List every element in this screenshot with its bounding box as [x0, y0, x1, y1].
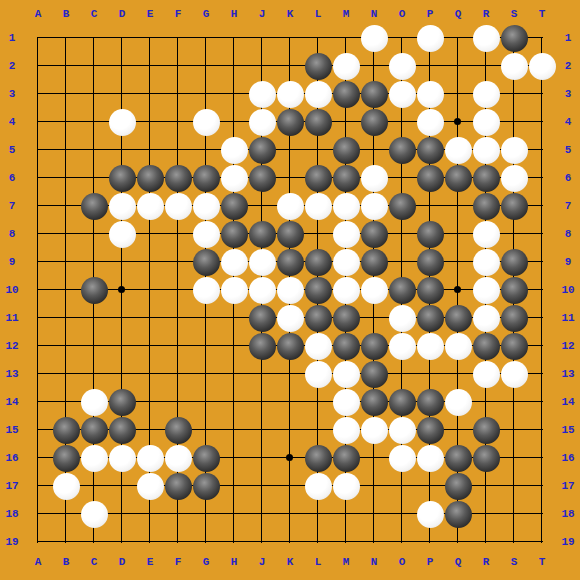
point-R10[interactable]: [472, 276, 500, 304]
point-L12[interactable]: [304, 332, 332, 360]
point-N1[interactable]: [360, 24, 388, 52]
point-Q11[interactable]: [444, 304, 472, 332]
point-C1[interactable]: [80, 24, 108, 52]
point-H14[interactable]: [220, 388, 248, 416]
point-E11[interactable]: [136, 304, 164, 332]
point-F12[interactable]: [164, 332, 192, 360]
point-L8[interactable]: [304, 220, 332, 248]
point-A19[interactable]: [24, 528, 52, 556]
point-Q15[interactable]: [444, 416, 472, 444]
point-O8[interactable]: [388, 220, 416, 248]
point-Q6[interactable]: [444, 164, 472, 192]
point-Q4[interactable]: [444, 108, 472, 136]
point-B12[interactable]: [52, 332, 80, 360]
point-B2[interactable]: [52, 52, 80, 80]
point-P3[interactable]: [416, 80, 444, 108]
point-A10[interactable]: [24, 276, 52, 304]
point-T9[interactable]: [528, 248, 556, 276]
point-M3[interactable]: [332, 80, 360, 108]
point-T15[interactable]: [528, 416, 556, 444]
point-H3[interactable]: [220, 80, 248, 108]
point-F2[interactable]: [164, 52, 192, 80]
point-F7[interactable]: [164, 192, 192, 220]
point-S13[interactable]: [500, 360, 528, 388]
point-D10[interactable]: [108, 276, 136, 304]
point-S10[interactable]: [500, 276, 528, 304]
point-T3[interactable]: [528, 80, 556, 108]
point-P16[interactable]: [416, 444, 444, 472]
point-S1[interactable]: [500, 24, 528, 52]
point-K8[interactable]: [276, 220, 304, 248]
point-R4[interactable]: [472, 108, 500, 136]
point-G5[interactable]: [192, 136, 220, 164]
point-P8[interactable]: [416, 220, 444, 248]
point-G9[interactable]: [192, 248, 220, 276]
point-B18[interactable]: [52, 500, 80, 528]
point-G17[interactable]: [192, 472, 220, 500]
point-Q2[interactable]: [444, 52, 472, 80]
point-R19[interactable]: [472, 528, 500, 556]
point-R8[interactable]: [472, 220, 500, 248]
point-P15[interactable]: [416, 416, 444, 444]
point-D2[interactable]: [108, 52, 136, 80]
point-E9[interactable]: [136, 248, 164, 276]
point-O10[interactable]: [388, 276, 416, 304]
point-T10[interactable]: [528, 276, 556, 304]
point-C3[interactable]: [80, 80, 108, 108]
point-E4[interactable]: [136, 108, 164, 136]
point-S11[interactable]: [500, 304, 528, 332]
point-B6[interactable]: [52, 164, 80, 192]
point-M7[interactable]: [332, 192, 360, 220]
point-S8[interactable]: [500, 220, 528, 248]
point-J14[interactable]: [248, 388, 276, 416]
point-C7[interactable]: [80, 192, 108, 220]
point-F4[interactable]: [164, 108, 192, 136]
point-B3[interactable]: [52, 80, 80, 108]
point-S3[interactable]: [500, 80, 528, 108]
point-F3[interactable]: [164, 80, 192, 108]
point-M15[interactable]: [332, 416, 360, 444]
point-O7[interactable]: [388, 192, 416, 220]
point-E8[interactable]: [136, 220, 164, 248]
point-M4[interactable]: [332, 108, 360, 136]
point-O16[interactable]: [388, 444, 416, 472]
point-E1[interactable]: [136, 24, 164, 52]
point-J10[interactable]: [248, 276, 276, 304]
point-E15[interactable]: [136, 416, 164, 444]
point-O17[interactable]: [388, 472, 416, 500]
point-J4[interactable]: [248, 108, 276, 136]
point-Q8[interactable]: [444, 220, 472, 248]
point-A3[interactable]: [24, 80, 52, 108]
point-D3[interactable]: [108, 80, 136, 108]
point-D14[interactable]: [108, 388, 136, 416]
point-P11[interactable]: [416, 304, 444, 332]
point-K7[interactable]: [276, 192, 304, 220]
point-S4[interactable]: [500, 108, 528, 136]
point-Q12[interactable]: [444, 332, 472, 360]
point-F13[interactable]: [164, 360, 192, 388]
point-J17[interactable]: [248, 472, 276, 500]
point-M8[interactable]: [332, 220, 360, 248]
point-M14[interactable]: [332, 388, 360, 416]
point-R15[interactable]: [472, 416, 500, 444]
point-G1[interactable]: [192, 24, 220, 52]
point-F6[interactable]: [164, 164, 192, 192]
point-G16[interactable]: [192, 444, 220, 472]
point-F14[interactable]: [164, 388, 192, 416]
point-N3[interactable]: [360, 80, 388, 108]
point-N13[interactable]: [360, 360, 388, 388]
point-P12[interactable]: [416, 332, 444, 360]
point-Q16[interactable]: [444, 444, 472, 472]
point-L1[interactable]: [304, 24, 332, 52]
point-P19[interactable]: [416, 528, 444, 556]
point-O11[interactable]: [388, 304, 416, 332]
point-A13[interactable]: [24, 360, 52, 388]
point-J16[interactable]: [248, 444, 276, 472]
point-G11[interactable]: [192, 304, 220, 332]
point-L7[interactable]: [304, 192, 332, 220]
point-H16[interactable]: [220, 444, 248, 472]
point-T11[interactable]: [528, 304, 556, 332]
point-B9[interactable]: [52, 248, 80, 276]
point-S9[interactable]: [500, 248, 528, 276]
point-T6[interactable]: [528, 164, 556, 192]
point-N9[interactable]: [360, 248, 388, 276]
point-E5[interactable]: [136, 136, 164, 164]
point-P7[interactable]: [416, 192, 444, 220]
point-S14[interactable]: [500, 388, 528, 416]
point-O9[interactable]: [388, 248, 416, 276]
point-M9[interactable]: [332, 248, 360, 276]
point-Q19[interactable]: [444, 528, 472, 556]
point-K16[interactable]: [276, 444, 304, 472]
point-B15[interactable]: [52, 416, 80, 444]
point-H9[interactable]: [220, 248, 248, 276]
point-E16[interactable]: [136, 444, 164, 472]
point-C11[interactable]: [80, 304, 108, 332]
point-A5[interactable]: [24, 136, 52, 164]
point-L14[interactable]: [304, 388, 332, 416]
point-R16[interactable]: [472, 444, 500, 472]
point-T5[interactable]: [528, 136, 556, 164]
point-C19[interactable]: [80, 528, 108, 556]
point-L9[interactable]: [304, 248, 332, 276]
point-J6[interactable]: [248, 164, 276, 192]
point-N7[interactable]: [360, 192, 388, 220]
point-N15[interactable]: [360, 416, 388, 444]
point-K15[interactable]: [276, 416, 304, 444]
point-P13[interactable]: [416, 360, 444, 388]
point-H1[interactable]: [220, 24, 248, 52]
point-H15[interactable]: [220, 416, 248, 444]
point-D8[interactable]: [108, 220, 136, 248]
point-R9[interactable]: [472, 248, 500, 276]
point-M1[interactable]: [332, 24, 360, 52]
point-R1[interactable]: [472, 24, 500, 52]
point-K11[interactable]: [276, 304, 304, 332]
point-J11[interactable]: [248, 304, 276, 332]
point-O2[interactable]: [388, 52, 416, 80]
point-J1[interactable]: [248, 24, 276, 52]
point-O15[interactable]: [388, 416, 416, 444]
point-D11[interactable]: [108, 304, 136, 332]
point-E14[interactable]: [136, 388, 164, 416]
point-Q1[interactable]: [444, 24, 472, 52]
point-F8[interactable]: [164, 220, 192, 248]
point-L18[interactable]: [304, 500, 332, 528]
point-M18[interactable]: [332, 500, 360, 528]
point-F9[interactable]: [164, 248, 192, 276]
point-B16[interactable]: [52, 444, 80, 472]
point-L17[interactable]: [304, 472, 332, 500]
point-J3[interactable]: [248, 80, 276, 108]
point-D5[interactable]: [108, 136, 136, 164]
point-K1[interactable]: [276, 24, 304, 52]
point-H12[interactable]: [220, 332, 248, 360]
point-Q7[interactable]: [444, 192, 472, 220]
point-M5[interactable]: [332, 136, 360, 164]
point-J7[interactable]: [248, 192, 276, 220]
point-Q3[interactable]: [444, 80, 472, 108]
point-O3[interactable]: [388, 80, 416, 108]
point-T18[interactable]: [528, 500, 556, 528]
point-G8[interactable]: [192, 220, 220, 248]
point-T4[interactable]: [528, 108, 556, 136]
point-F11[interactable]: [164, 304, 192, 332]
point-Q13[interactable]: [444, 360, 472, 388]
point-S2[interactable]: [500, 52, 528, 80]
point-A17[interactable]: [24, 472, 52, 500]
point-F5[interactable]: [164, 136, 192, 164]
point-L15[interactable]: [304, 416, 332, 444]
point-A16[interactable]: [24, 444, 52, 472]
point-D16[interactable]: [108, 444, 136, 472]
point-P5[interactable]: [416, 136, 444, 164]
point-J12[interactable]: [248, 332, 276, 360]
point-S5[interactable]: [500, 136, 528, 164]
point-G15[interactable]: [192, 416, 220, 444]
point-H13[interactable]: [220, 360, 248, 388]
point-Q10[interactable]: [444, 276, 472, 304]
point-A9[interactable]: [24, 248, 52, 276]
point-Q17[interactable]: [444, 472, 472, 500]
point-D7[interactable]: [108, 192, 136, 220]
point-Q14[interactable]: [444, 388, 472, 416]
point-A8[interactable]: [24, 220, 52, 248]
point-H11[interactable]: [220, 304, 248, 332]
point-D1[interactable]: [108, 24, 136, 52]
point-G3[interactable]: [192, 80, 220, 108]
point-G14[interactable]: [192, 388, 220, 416]
point-F1[interactable]: [164, 24, 192, 52]
point-K9[interactable]: [276, 248, 304, 276]
point-F19[interactable]: [164, 528, 192, 556]
point-M16[interactable]: [332, 444, 360, 472]
point-R14[interactable]: [472, 388, 500, 416]
point-B10[interactable]: [52, 276, 80, 304]
point-F10[interactable]: [164, 276, 192, 304]
point-A12[interactable]: [24, 332, 52, 360]
point-J19[interactable]: [248, 528, 276, 556]
point-G2[interactable]: [192, 52, 220, 80]
point-R3[interactable]: [472, 80, 500, 108]
point-O1[interactable]: [388, 24, 416, 52]
point-S12[interactable]: [500, 332, 528, 360]
point-M2[interactable]: [332, 52, 360, 80]
point-S6[interactable]: [500, 164, 528, 192]
point-E19[interactable]: [136, 528, 164, 556]
point-F16[interactable]: [164, 444, 192, 472]
point-T14[interactable]: [528, 388, 556, 416]
point-A6[interactable]: [24, 164, 52, 192]
point-H7[interactable]: [220, 192, 248, 220]
point-G18[interactable]: [192, 500, 220, 528]
point-B13[interactable]: [52, 360, 80, 388]
point-K14[interactable]: [276, 388, 304, 416]
point-B5[interactable]: [52, 136, 80, 164]
point-G12[interactable]: [192, 332, 220, 360]
point-J8[interactable]: [248, 220, 276, 248]
point-K17[interactable]: [276, 472, 304, 500]
point-L19[interactable]: [304, 528, 332, 556]
point-T8[interactable]: [528, 220, 556, 248]
point-L5[interactable]: [304, 136, 332, 164]
point-L2[interactable]: [304, 52, 332, 80]
point-C4[interactable]: [80, 108, 108, 136]
point-H17[interactable]: [220, 472, 248, 500]
point-C12[interactable]: [80, 332, 108, 360]
point-C18[interactable]: [80, 500, 108, 528]
point-C15[interactable]: [80, 416, 108, 444]
point-T19[interactable]: [528, 528, 556, 556]
point-P1[interactable]: [416, 24, 444, 52]
point-M17[interactable]: [332, 472, 360, 500]
point-F17[interactable]: [164, 472, 192, 500]
point-R17[interactable]: [472, 472, 500, 500]
point-G4[interactable]: [192, 108, 220, 136]
point-R18[interactable]: [472, 500, 500, 528]
point-C8[interactable]: [80, 220, 108, 248]
point-K5[interactable]: [276, 136, 304, 164]
point-B11[interactable]: [52, 304, 80, 332]
point-F15[interactable]: [164, 416, 192, 444]
point-T12[interactable]: [528, 332, 556, 360]
point-A11[interactable]: [24, 304, 52, 332]
point-C17[interactable]: [80, 472, 108, 500]
point-P14[interactable]: [416, 388, 444, 416]
point-T2[interactable]: [528, 52, 556, 80]
point-M11[interactable]: [332, 304, 360, 332]
point-K3[interactable]: [276, 80, 304, 108]
point-P17[interactable]: [416, 472, 444, 500]
point-B7[interactable]: [52, 192, 80, 220]
point-K4[interactable]: [276, 108, 304, 136]
point-R5[interactable]: [472, 136, 500, 164]
point-O6[interactable]: [388, 164, 416, 192]
point-J18[interactable]: [248, 500, 276, 528]
point-G19[interactable]: [192, 528, 220, 556]
point-S17[interactable]: [500, 472, 528, 500]
point-C13[interactable]: [80, 360, 108, 388]
point-P10[interactable]: [416, 276, 444, 304]
point-A18[interactable]: [24, 500, 52, 528]
point-R7[interactable]: [472, 192, 500, 220]
point-N18[interactable]: [360, 500, 388, 528]
point-D9[interactable]: [108, 248, 136, 276]
point-D12[interactable]: [108, 332, 136, 360]
point-N2[interactable]: [360, 52, 388, 80]
point-D19[interactable]: [108, 528, 136, 556]
point-D6[interactable]: [108, 164, 136, 192]
point-N19[interactable]: [360, 528, 388, 556]
point-O4[interactable]: [388, 108, 416, 136]
point-N11[interactable]: [360, 304, 388, 332]
point-O18[interactable]: [388, 500, 416, 528]
point-J15[interactable]: [248, 416, 276, 444]
point-Q5[interactable]: [444, 136, 472, 164]
point-N8[interactable]: [360, 220, 388, 248]
point-R13[interactable]: [472, 360, 500, 388]
point-P2[interactable]: [416, 52, 444, 80]
point-C10[interactable]: [80, 276, 108, 304]
point-H19[interactable]: [220, 528, 248, 556]
point-M10[interactable]: [332, 276, 360, 304]
point-K12[interactable]: [276, 332, 304, 360]
point-E7[interactable]: [136, 192, 164, 220]
point-E18[interactable]: [136, 500, 164, 528]
point-D18[interactable]: [108, 500, 136, 528]
point-C2[interactable]: [80, 52, 108, 80]
point-O5[interactable]: [388, 136, 416, 164]
point-O13[interactable]: [388, 360, 416, 388]
point-K18[interactable]: [276, 500, 304, 528]
point-L3[interactable]: [304, 80, 332, 108]
point-K19[interactable]: [276, 528, 304, 556]
point-D13[interactable]: [108, 360, 136, 388]
point-C16[interactable]: [80, 444, 108, 472]
point-A14[interactable]: [24, 388, 52, 416]
point-H2[interactable]: [220, 52, 248, 80]
point-L11[interactable]: [304, 304, 332, 332]
point-H18[interactable]: [220, 500, 248, 528]
point-R2[interactable]: [472, 52, 500, 80]
point-L6[interactable]: [304, 164, 332, 192]
point-L13[interactable]: [304, 360, 332, 388]
point-J5[interactable]: [248, 136, 276, 164]
point-B19[interactable]: [52, 528, 80, 556]
point-C5[interactable]: [80, 136, 108, 164]
point-B4[interactable]: [52, 108, 80, 136]
point-A7[interactable]: [24, 192, 52, 220]
point-L10[interactable]: [304, 276, 332, 304]
point-K10[interactable]: [276, 276, 304, 304]
point-D4[interactable]: [108, 108, 136, 136]
point-E12[interactable]: [136, 332, 164, 360]
point-P4[interactable]: [416, 108, 444, 136]
point-E17[interactable]: [136, 472, 164, 500]
point-R12[interactable]: [472, 332, 500, 360]
point-A2[interactable]: [24, 52, 52, 80]
point-A1[interactable]: [24, 24, 52, 52]
point-K6[interactable]: [276, 164, 304, 192]
point-G6[interactable]: [192, 164, 220, 192]
point-H5[interactable]: [220, 136, 248, 164]
point-J2[interactable]: [248, 52, 276, 80]
point-N10[interactable]: [360, 276, 388, 304]
